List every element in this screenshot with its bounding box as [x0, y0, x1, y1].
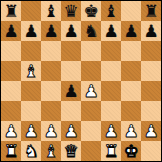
black-pawn[interactable]: ♟ — [63, 21, 78, 41]
square-c7[interactable]: ♟ — [41, 21, 61, 41]
square-e7[interactable]: ♞ — [81, 21, 101, 41]
black-pawn[interactable]: ♟ — [123, 21, 138, 41]
white-rook[interactable]: ♜ — [103, 141, 118, 161]
square-d8[interactable]: ♛ — [61, 1, 81, 21]
black-bishop[interactable]: ♝ — [103, 1, 118, 21]
black-rook[interactable]: ♜ — [143, 1, 158, 21]
white-pawn[interactable]: ♟ — [3, 121, 18, 141]
square-b3[interactable] — [21, 101, 41, 121]
black-rook[interactable]: ♜ — [3, 1, 18, 21]
white-pawn[interactable]: ♟ — [123, 121, 138, 141]
white-rook[interactable]: ♜ — [3, 141, 18, 161]
black-queen[interactable]: ♛ — [63, 1, 78, 21]
square-g8[interactable] — [121, 1, 141, 21]
square-f4[interactable] — [101, 81, 121, 101]
square-e3[interactable] — [81, 101, 101, 121]
white-pawn[interactable]: ♟ — [103, 121, 118, 141]
square-c5[interactable] — [41, 61, 61, 81]
black-pawn[interactable]: ♟ — [43, 21, 58, 41]
square-g5[interactable] — [121, 61, 141, 81]
square-c8[interactable]: ♝ — [41, 1, 61, 21]
square-b7[interactable]: ♟ — [21, 21, 41, 41]
black-pawn[interactable]: ♟ — [63, 81, 78, 101]
square-f2[interactable]: ♟ — [101, 121, 121, 141]
square-d5[interactable] — [61, 61, 81, 81]
square-g4[interactable] — [121, 81, 141, 101]
square-d1[interactable]: ♛ — [61, 141, 81, 161]
square-f6[interactable] — [101, 41, 121, 61]
square-d7[interactable]: ♟ — [61, 21, 81, 41]
square-b8[interactable] — [21, 1, 41, 21]
white-king[interactable]: ♚ — [123, 141, 138, 161]
square-b4[interactable] — [21, 81, 41, 101]
square-e2[interactable] — [81, 121, 101, 141]
white-pawn[interactable]: ♟ — [63, 121, 78, 141]
black-knight[interactable]: ♞ — [83, 21, 98, 41]
square-h4[interactable] — [141, 81, 161, 101]
square-f1[interactable]: ♜ — [101, 141, 121, 161]
square-e6[interactable] — [81, 41, 101, 61]
square-e5[interactable] — [81, 61, 101, 81]
square-f5[interactable] — [101, 61, 121, 81]
square-b6[interactable] — [21, 41, 41, 61]
square-a7[interactable]: ♟ — [1, 21, 21, 41]
square-g2[interactable]: ♟ — [121, 121, 141, 141]
square-c1[interactable]: ♝ — [41, 141, 61, 161]
chess-board: ♜♝♛♚♝♜♟♟♟♟♞♟♟♟♝♟♟♟♟♟♟♟♟♟♜♞♝♛♜♚ — [1, 1, 161, 161]
square-f8[interactable]: ♝ — [101, 1, 121, 21]
white-pawn[interactable]: ♟ — [83, 81, 98, 101]
square-g1[interactable]: ♚ — [121, 141, 141, 161]
white-pawn[interactable]: ♟ — [23, 121, 38, 141]
square-h6[interactable] — [141, 41, 161, 61]
square-h8[interactable]: ♜ — [141, 1, 161, 21]
square-a2[interactable]: ♟ — [1, 121, 21, 141]
white-pawn[interactable]: ♟ — [43, 121, 58, 141]
square-d2[interactable]: ♟ — [61, 121, 81, 141]
square-a6[interactable] — [1, 41, 21, 61]
black-pawn[interactable]: ♟ — [3, 21, 18, 41]
black-king[interactable]: ♚ — [83, 1, 98, 21]
square-a8[interactable]: ♜ — [1, 1, 21, 21]
square-h5[interactable] — [141, 61, 161, 81]
square-h1[interactable] — [141, 141, 161, 161]
square-a1[interactable]: ♜ — [1, 141, 21, 161]
black-pawn[interactable]: ♟ — [103, 21, 118, 41]
black-pawn[interactable]: ♟ — [143, 21, 158, 41]
square-h3[interactable] — [141, 101, 161, 121]
square-g6[interactable] — [121, 41, 141, 61]
square-c6[interactable] — [41, 41, 61, 61]
square-d4[interactable]: ♟ — [61, 81, 81, 101]
square-e1[interactable] — [81, 141, 101, 161]
square-d3[interactable] — [61, 101, 81, 121]
square-g7[interactable]: ♟ — [121, 21, 141, 41]
square-h7[interactable]: ♟ — [141, 21, 161, 41]
square-c4[interactable] — [41, 81, 61, 101]
white-pawn[interactable]: ♟ — [143, 121, 158, 141]
square-b1[interactable]: ♞ — [21, 141, 41, 161]
white-queen[interactable]: ♛ — [63, 141, 78, 161]
square-a4[interactable] — [1, 81, 21, 101]
square-b2[interactable]: ♟ — [21, 121, 41, 141]
white-bishop[interactable]: ♝ — [23, 61, 38, 81]
square-a5[interactable] — [1, 61, 21, 81]
square-h2[interactable]: ♟ — [141, 121, 161, 141]
square-b5[interactable]: ♝ — [21, 61, 41, 81]
square-c3[interactable] — [41, 101, 61, 121]
square-f3[interactable] — [101, 101, 121, 121]
white-knight[interactable]: ♞ — [23, 141, 38, 161]
square-c2[interactable]: ♟ — [41, 121, 61, 141]
square-e4[interactable]: ♟ — [81, 81, 101, 101]
square-f7[interactable]: ♟ — [101, 21, 121, 41]
square-e8[interactable]: ♚ — [81, 1, 101, 21]
black-pawn[interactable]: ♟ — [23, 21, 38, 41]
square-g3[interactable] — [121, 101, 141, 121]
square-d6[interactable] — [61, 41, 81, 61]
square-a3[interactable] — [1, 101, 21, 121]
white-bishop[interactable]: ♝ — [43, 141, 58, 161]
chess-board-frame: ♜♝♛♚♝♜♟♟♟♟♞♟♟♟♝♟♟♟♟♟♟♟♟♟♜♞♝♛♜♚ — [0, 0, 162, 162]
black-bishop[interactable]: ♝ — [43, 1, 58, 21]
